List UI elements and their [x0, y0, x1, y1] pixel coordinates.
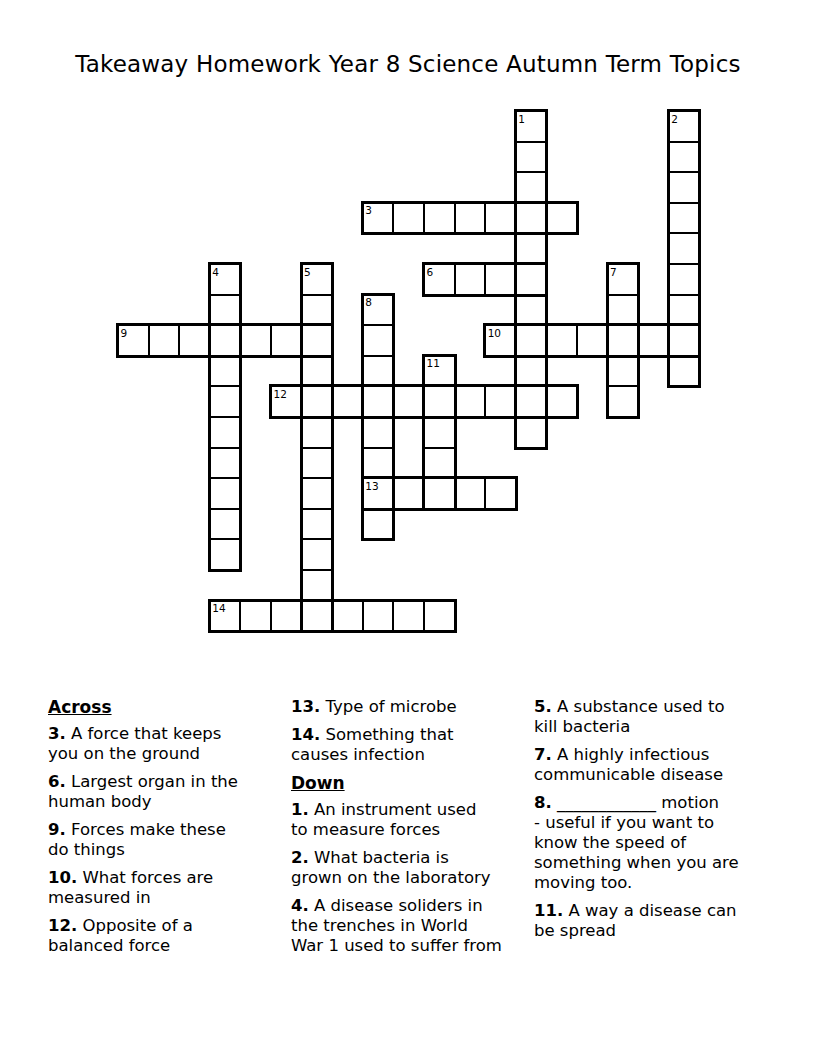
grid-cell[interactable] [392, 385, 425, 418]
grid-cell[interactable] [484, 477, 517, 510]
grid-cell[interactable] [331, 600, 364, 633]
clue-11-down: 11. A way a disease can be spread [534, 901, 774, 941]
grid-cell[interactable] [515, 385, 548, 418]
clue-number: 10. [48, 868, 77, 887]
clue-text: A disease soliders in the trenches in Wo… [291, 896, 502, 955]
clue-number: 5. [534, 697, 552, 716]
grid-cell[interactable] [362, 294, 395, 327]
clue-text: Largest organ in the human body [48, 772, 238, 811]
clue-text: A highly infectious communicable disease [534, 745, 723, 784]
clue-column-across: Across3. A force that keeps you on the g… [48, 697, 284, 964]
crossword-grid: 1234567891011121314 [117, 110, 699, 631]
grid-cell[interactable] [270, 600, 303, 633]
clue-heading: Down [291, 773, 534, 793]
grid-cell[interactable] [209, 263, 242, 296]
grid-cell[interactable] [668, 110, 701, 143]
grid-cell[interactable] [423, 447, 456, 480]
grid-cell[interactable] [515, 324, 548, 357]
grid-cell[interactable] [668, 202, 701, 235]
grid-cell[interactable] [392, 202, 425, 235]
grid-cell[interactable] [362, 600, 395, 633]
grid-cell[interactable] [668, 355, 701, 388]
grid-cell[interactable] [209, 477, 242, 510]
grid-cell[interactable] [362, 324, 395, 357]
clue-column-down: 5. A substance used to kill bacteria7. A… [534, 697, 774, 949]
grid-cell[interactable] [668, 141, 701, 174]
grid-cell[interactable] [178, 324, 211, 357]
grid-cell[interactable] [515, 263, 548, 296]
grid-cell[interactable] [423, 477, 456, 510]
grid-cell[interactable] [117, 324, 150, 357]
grid-cell[interactable] [484, 263, 517, 296]
clue-number: 1. [291, 800, 309, 819]
clue-number: 3. [48, 724, 66, 743]
grid-cell[interactable] [209, 600, 242, 633]
grid-cell[interactable] [301, 508, 334, 541]
grid-cell[interactable] [423, 416, 456, 449]
grid-cell[interactable] [423, 263, 456, 296]
clue-2-down: 2. What bacteria is grown on the laborat… [291, 848, 534, 888]
grid-cell[interactable] [454, 263, 487, 296]
grid-cell[interactable] [209, 538, 242, 571]
grid-cell[interactable] [515, 294, 548, 327]
grid-cell[interactable] [209, 385, 242, 418]
grid-cell[interactable] [362, 447, 395, 480]
grid-cell[interactable] [301, 263, 334, 296]
grid-cell[interactable] [423, 202, 456, 235]
grid-cell[interactable] [545, 202, 578, 235]
clue-heading: Across [48, 697, 284, 717]
grid-cell[interactable] [454, 385, 487, 418]
grid-cell[interactable] [454, 202, 487, 235]
grid-cell[interactable] [301, 416, 334, 449]
grid-cell[interactable] [301, 447, 334, 480]
grid-cell[interactable] [209, 324, 242, 357]
clue-text: An instrument used to measure forces [291, 800, 476, 839]
grid-cell[interactable] [362, 202, 395, 235]
clue-column-middle: 13. Type of microbe14. Something that ca… [291, 697, 534, 964]
grid-cell[interactable] [301, 600, 334, 633]
clue-6-across: 6. Largest organ in the human body [48, 772, 284, 812]
clue-number: 2. [291, 848, 309, 867]
grid-cell[interactable] [301, 569, 334, 602]
grid-cell[interactable] [545, 385, 578, 418]
grid-cell[interactable] [515, 141, 548, 174]
clue-number: 6. [48, 772, 66, 791]
grid-cell[interactable] [392, 600, 425, 633]
clue-8-down: 8. ____________ motion - useful if you w… [534, 793, 774, 893]
clue-text: Forces make these do things [48, 820, 226, 859]
grid-cell[interactable] [545, 324, 578, 357]
clue-number: 12. [48, 916, 77, 935]
clue-number: 4. [291, 896, 309, 915]
clue-14-across: 14. Something that causes infection [291, 725, 534, 765]
clue-number: 11. [534, 901, 563, 920]
clue-13-across: 13. Type of microbe [291, 697, 534, 717]
grid-cell[interactable] [362, 385, 395, 418]
grid-cell[interactable] [484, 202, 517, 235]
grid-cell[interactable] [270, 385, 303, 418]
grid-cell[interactable] [637, 324, 670, 357]
grid-cell[interactable] [607, 294, 640, 327]
grid-cell[interactable] [392, 477, 425, 510]
grid-cell[interactable] [209, 355, 242, 388]
grid-cell[interactable] [607, 263, 640, 296]
clue-7-down: 7. A highly infectious communicable dise… [534, 745, 774, 785]
clue-number: 8. [534, 793, 552, 812]
grid-cell[interactable] [576, 324, 609, 357]
grid-cell[interactable] [423, 600, 456, 633]
clue-text: ____________ motion - useful if you want… [534, 793, 739, 892]
grid-cell[interactable] [362, 508, 395, 541]
clue-text: What bacteria is grown on the laboratory [291, 848, 491, 887]
grid-cell[interactable] [668, 232, 701, 265]
clue-12-across: 12. Opposite of a balanced force [48, 916, 284, 956]
grid-cell[interactable] [209, 447, 242, 480]
grid-cell[interactable] [668, 171, 701, 204]
grid-cell[interactable] [301, 294, 334, 327]
grid-cell[interactable] [362, 416, 395, 449]
grid-cell[interactable] [515, 110, 548, 143]
grid-cell[interactable] [515, 355, 548, 388]
grid-cell[interactable] [239, 600, 272, 633]
clue-9-across: 9. Forces make these do things [48, 820, 284, 860]
clue-number: 14. [291, 725, 320, 744]
grid-cell[interactable] [484, 385, 517, 418]
clue-5-down: 5. A substance used to kill bacteria [534, 697, 774, 737]
grid-cell[interactable] [515, 416, 548, 449]
grid-cell[interactable] [668, 294, 701, 327]
grid-cell[interactable] [301, 355, 334, 388]
grid-cell[interactable] [607, 385, 640, 418]
grid-cell[interactable] [515, 171, 548, 204]
grid-cell[interactable] [362, 477, 395, 510]
grid-cell[interactable] [301, 385, 334, 418]
clue-number: 13. [291, 697, 320, 716]
clue-3-across: 3. A force that keeps you on the ground [48, 724, 284, 764]
grid-cell[interactable] [239, 324, 272, 357]
grid-cell[interactable] [209, 508, 242, 541]
grid-cell[interactable] [668, 324, 701, 357]
grid-cell[interactable] [423, 355, 456, 388]
clue-4-down: 4. A disease soliders in the trenches in… [291, 896, 534, 956]
grid-cell[interactable] [209, 294, 242, 327]
grid-cell[interactable] [515, 232, 548, 265]
grid-cell[interactable] [301, 324, 334, 357]
clue-text: A force that keeps you on the ground [48, 724, 221, 763]
clue-1-down: 1. An instrument used to measure forces [291, 800, 534, 840]
clue-text: Type of microbe [325, 697, 456, 716]
page-title: Takeaway Homework Year 8 Science Autumn … [0, 51, 816, 77]
grid-cell[interactable] [148, 324, 181, 357]
grid-cell[interactable] [331, 385, 364, 418]
grid-cell[interactable] [301, 538, 334, 571]
clue-text: A substance used to kill bacteria [534, 697, 725, 736]
grid-cell[interactable] [484, 324, 517, 357]
clue-number: 9. [48, 820, 66, 839]
grid-cell[interactable] [515, 202, 548, 235]
grid-cell[interactable] [607, 355, 640, 388]
grid-cell[interactable] [607, 324, 640, 357]
grid-cell[interactable] [423, 385, 456, 418]
grid-cell[interactable] [270, 324, 303, 357]
grid-cell[interactable] [301, 477, 334, 510]
clue-text: A way a disease can be spread [534, 901, 737, 940]
clue-10-across: 10. What forces are measured in [48, 868, 284, 908]
grid-cell[interactable] [668, 263, 701, 296]
grid-cell[interactable] [209, 416, 242, 449]
grid-cell[interactable] [454, 477, 487, 510]
grid-cell[interactable] [362, 355, 395, 388]
clue-number: 7. [534, 745, 552, 764]
